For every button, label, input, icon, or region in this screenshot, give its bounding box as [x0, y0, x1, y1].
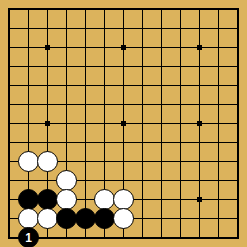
intersection-r3c10[interactable]	[171, 38, 190, 57]
intersection-r6c6[interactable]	[95, 95, 114, 114]
intersection-r2c8[interactable]	[133, 19, 152, 38]
intersection-r7c13[interactable]	[228, 114, 247, 133]
intersection-r3c2[interactable]	[19, 38, 38, 57]
intersection-r8c11[interactable]	[190, 133, 209, 152]
intersection-r9c6[interactable]	[95, 152, 114, 171]
intersection-r7c7[interactable]	[114, 114, 133, 133]
intersection-r10c7[interactable]	[114, 171, 133, 190]
intersection-r8c9[interactable]	[152, 133, 171, 152]
intersection-r3c12[interactable]	[209, 38, 228, 57]
intersection-r6c5[interactable]	[76, 95, 95, 114]
intersection-r2c12[interactable]	[209, 19, 228, 38]
intersection-r3c13[interactable]	[228, 38, 247, 57]
white-stone	[37, 151, 58, 172]
intersection-r2c5[interactable]	[76, 19, 95, 38]
intersection-r7c1[interactable]	[0, 114, 19, 133]
intersection-r5c4[interactable]	[57, 76, 76, 95]
black-stone	[56, 208, 77, 229]
intersection-r2c1[interactable]	[0, 19, 19, 38]
intersection-r9c9[interactable]	[152, 152, 171, 171]
intersection-r6c12[interactable]	[209, 95, 228, 114]
intersection-r9c1[interactable]	[0, 152, 19, 171]
intersection-r5c7[interactable]	[114, 76, 133, 95]
intersection-r13c11[interactable]	[190, 228, 209, 247]
intersection-r5c5[interactable]	[76, 76, 95, 95]
intersection-r4c7[interactable]	[114, 57, 133, 76]
intersection-r1c4[interactable]	[57, 0, 76, 19]
intersection-r8c12[interactable]	[209, 133, 228, 152]
intersection-r5c6[interactable]	[95, 76, 114, 95]
intersection-r10c12[interactable]	[209, 171, 228, 190]
intersection-r4c1[interactable]	[0, 57, 19, 76]
intersection-r4c5[interactable]	[76, 57, 95, 76]
intersection-r8c4[interactable]	[57, 133, 76, 152]
intersection-r11c11[interactable]	[190, 190, 209, 209]
intersection-r11c13[interactable]	[228, 190, 247, 209]
intersection-r7c5[interactable]	[76, 114, 95, 133]
white-stone	[56, 189, 77, 210]
intersection-r10c8[interactable]	[133, 171, 152, 190]
intersection-r3c5[interactable]	[76, 38, 95, 57]
intersection-r6c7[interactable]	[114, 95, 133, 114]
intersection-r13c5[interactable]	[76, 228, 95, 247]
white-stone	[94, 189, 115, 210]
intersection-r5c10[interactable]	[171, 76, 190, 95]
intersection-r1c13[interactable]	[228, 0, 247, 19]
intersection-r5c3[interactable]	[38, 76, 57, 95]
intersection-r9c4[interactable]	[57, 152, 76, 171]
intersection-r1c11[interactable]	[190, 0, 209, 19]
intersection-r5c12[interactable]	[209, 76, 228, 95]
white-stone	[113, 208, 134, 229]
intersection-r3c3[interactable]	[38, 38, 57, 57]
intersection-r11c12[interactable]	[209, 190, 228, 209]
intersection-r7c3[interactable]	[38, 114, 57, 133]
intersection-r6c13[interactable]	[228, 95, 247, 114]
intersection-r4c6[interactable]	[95, 57, 114, 76]
intersection-r1c10[interactable]	[171, 0, 190, 19]
intersection-r13c9[interactable]	[152, 228, 171, 247]
intersection-r11c5[interactable]	[76, 190, 95, 209]
intersection-r12c13[interactable]	[228, 209, 247, 228]
move-label: 1	[25, 232, 32, 244]
intersection-r13c4[interactable]	[57, 228, 76, 247]
intersection-r4c8[interactable]	[133, 57, 152, 76]
white-stone	[56, 170, 77, 191]
intersection-r12c8[interactable]	[133, 209, 152, 228]
intersection-r10c11[interactable]	[190, 171, 209, 190]
white-stone	[113, 189, 134, 210]
intersection-r8c3[interactable]	[38, 133, 57, 152]
intersection-r7c9[interactable]	[152, 114, 171, 133]
intersection-r10c10[interactable]	[171, 171, 190, 190]
intersection-r13c12[interactable]	[209, 228, 228, 247]
intersection-r8c2[interactable]	[19, 133, 38, 152]
black-stone	[75, 208, 96, 229]
intersection-r8c1[interactable]	[0, 133, 19, 152]
intersection-r8c6[interactable]	[95, 133, 114, 152]
intersection-r10c13[interactable]	[228, 171, 247, 190]
intersection-r12c1[interactable]	[0, 209, 19, 228]
go-diagram: 1	[0, 0, 247, 247]
black-stone-move-1: 1	[18, 227, 39, 247]
intersection-r10c1[interactable]	[0, 171, 19, 190]
intersection-r2c7[interactable]	[114, 19, 133, 38]
intersection-r9c13[interactable]	[228, 152, 247, 171]
intersection-r9c5[interactable]	[76, 152, 95, 171]
intersection-r4c10[interactable]	[171, 57, 190, 76]
intersection-r4c9[interactable]	[152, 57, 171, 76]
intersection-r1c1[interactable]	[0, 0, 19, 19]
intersection-r6c8[interactable]	[133, 95, 152, 114]
intersection-r6c11[interactable]	[190, 95, 209, 114]
intersection-r7c11[interactable]	[190, 114, 209, 133]
intersection-r9c12[interactable]	[209, 152, 228, 171]
intersection-r7c10[interactable]	[171, 114, 190, 133]
intersection-r3c6[interactable]	[95, 38, 114, 57]
intersection-r3c1[interactable]	[0, 38, 19, 57]
intersection-r9c7[interactable]	[114, 152, 133, 171]
intersection-r1c12[interactable]	[209, 0, 228, 19]
intersection-r5c2[interactable]	[19, 76, 38, 95]
intersection-r12c12[interactable]	[209, 209, 228, 228]
intersection-r10c5[interactable]	[76, 171, 95, 190]
intersection-r10c6[interactable]	[95, 171, 114, 190]
intersection-r1c9[interactable]	[152, 0, 171, 19]
intersection-r12c11[interactable]	[190, 209, 209, 228]
intersection-r2c10[interactable]	[171, 19, 190, 38]
intersection-r12c10[interactable]	[171, 209, 190, 228]
intersection-r7c4[interactable]	[57, 114, 76, 133]
intersection-r13c1[interactable]	[0, 228, 19, 247]
intersection-r5c11[interactable]	[190, 76, 209, 95]
intersection-r11c9[interactable]	[152, 190, 171, 209]
intersection-r2c13[interactable]	[228, 19, 247, 38]
intersection-r4c11[interactable]	[190, 57, 209, 76]
intersection-r11c1[interactable]	[0, 190, 19, 209]
intersection-r10c3[interactable]	[38, 171, 57, 190]
intersection-r6c3[interactable]	[38, 95, 57, 114]
intersection-r8c5[interactable]	[76, 133, 95, 152]
black-stone	[37, 189, 58, 210]
intersection-r13c8[interactable]	[133, 228, 152, 247]
intersection-r11c10[interactable]	[171, 190, 190, 209]
intersection-r2c9[interactable]	[152, 19, 171, 38]
intersection-r2c6[interactable]	[95, 19, 114, 38]
intersection-r3c4[interactable]	[57, 38, 76, 57]
intersection-r7c2[interactable]	[19, 114, 38, 133]
intersection-r4c4[interactable]	[57, 57, 76, 76]
intersection-r4c12[interactable]	[209, 57, 228, 76]
intersection-r5c1[interactable]	[0, 76, 19, 95]
intersection-r13c7[interactable]	[114, 228, 133, 247]
intersection-r4c2[interactable]	[19, 57, 38, 76]
intersection-r3c9[interactable]	[152, 38, 171, 57]
intersection-r6c1[interactable]	[0, 95, 19, 114]
intersection-r5c9[interactable]	[152, 76, 171, 95]
intersection-r10c9[interactable]	[152, 171, 171, 190]
white-stone	[37, 208, 58, 229]
intersection-r3c11[interactable]	[190, 38, 209, 57]
intersection-r9c11[interactable]	[190, 152, 209, 171]
intersection-r13c13[interactable]	[228, 228, 247, 247]
black-stone	[18, 189, 39, 210]
intersection-r4c13[interactable]	[228, 57, 247, 76]
intersection-r9c8[interactable]	[133, 152, 152, 171]
intersection-r8c13[interactable]	[228, 133, 247, 152]
intersection-r1c6[interactable]	[95, 0, 114, 19]
intersection-r7c8[interactable]	[133, 114, 152, 133]
intersection-r3c8[interactable]	[133, 38, 152, 57]
white-stone	[18, 208, 39, 229]
intersection-r10c2[interactable]	[19, 171, 38, 190]
intersection-r5c8[interactable]	[133, 76, 152, 95]
intersection-r1c2[interactable]	[19, 0, 38, 19]
intersection-r6c2[interactable]	[19, 95, 38, 114]
intersection-r7c6[interactable]	[95, 114, 114, 133]
intersection-r4c3[interactable]	[38, 57, 57, 76]
intersection-r1c3[interactable]	[38, 0, 57, 19]
intersection-r2c3[interactable]	[38, 19, 57, 38]
intersection-r1c5[interactable]	[76, 0, 95, 19]
intersection-r13c6[interactable]	[95, 228, 114, 247]
intersection-r2c4[interactable]	[57, 19, 76, 38]
intersection-r8c8[interactable]	[133, 133, 152, 152]
intersection-r2c11[interactable]	[190, 19, 209, 38]
intersection-r1c8[interactable]	[133, 0, 152, 19]
intersection-r11c8[interactable]	[133, 190, 152, 209]
intersection-r1c7[interactable]	[114, 0, 133, 19]
intersection-r6c4[interactable]	[57, 95, 76, 114]
intersection-r8c10[interactable]	[171, 133, 190, 152]
intersection-r13c10[interactable]	[171, 228, 190, 247]
intersection-r9c10[interactable]	[171, 152, 190, 171]
white-stone	[18, 151, 39, 172]
intersection-r3c7[interactable]	[114, 38, 133, 57]
intersection-r13c3[interactable]	[38, 228, 57, 247]
intersection-r6c9[interactable]	[152, 95, 171, 114]
intersection-r2c2[interactable]	[19, 19, 38, 38]
intersection-r7c12[interactable]	[209, 114, 228, 133]
intersection-r12c9[interactable]	[152, 209, 171, 228]
intersection-r8c7[interactable]	[114, 133, 133, 152]
intersection-r5c13[interactable]	[228, 76, 247, 95]
black-stone	[94, 208, 115, 229]
intersection-r6c10[interactable]	[171, 95, 190, 114]
